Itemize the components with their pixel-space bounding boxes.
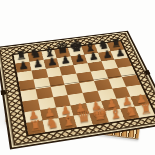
piece-white-knight: ♞ <box>42 114 60 131</box>
scene: ♜♞♝♛♚♝♞♜♟♟♟♟♟♟♟♟♟♟♟♟♟♟♟♟♜♞♝♛♚♝♞♜ <box>0 0 155 155</box>
square-g4[interactable] <box>108 77 126 89</box>
square-a5[interactable] <box>18 79 35 91</box>
square-c4[interactable] <box>50 85 68 97</box>
square-g1[interactable]: ♞ <box>119 106 139 119</box>
square-e1[interactable]: ♚ <box>89 111 108 124</box>
square-h6[interactable] <box>114 57 131 67</box>
square-h3[interactable] <box>126 84 145 96</box>
square-b6[interactable] <box>31 68 48 79</box>
piece-black-knight: ♞ <box>27 46 42 60</box>
chess-set-photo: ♜♞♝♛♚♝♞♜♟♟♟♟♟♟♟♟♟♟♟♟♟♟♟♟♜♞♝♛♚♝♞♜ <box>0 0 155 155</box>
piece-black-knight: ♞ <box>95 38 110 52</box>
square-e4[interactable] <box>79 81 97 93</box>
square-g3[interactable] <box>111 86 130 98</box>
square-f5[interactable] <box>90 69 108 80</box>
square-c5[interactable] <box>47 75 64 86</box>
square-a7[interactable]: ♟ <box>15 61 31 72</box>
piece-black-rook: ♜ <box>109 37 124 50</box>
piece-black-rook: ♜ <box>13 49 29 63</box>
piece-black-bishop: ♝ <box>41 44 56 59</box>
square-a1[interactable]: ♜ <box>26 120 45 134</box>
chess-board: ♜♞♝♛♚♝♞♜♟♟♟♟♟♟♟♟♟♟♟♟♟♟♟♟♜♞♝♛♚♝♞♜ <box>0 30 155 149</box>
square-f4[interactable] <box>93 79 111 91</box>
square-e6[interactable] <box>73 62 90 73</box>
hinge-left <box>0 89 6 94</box>
